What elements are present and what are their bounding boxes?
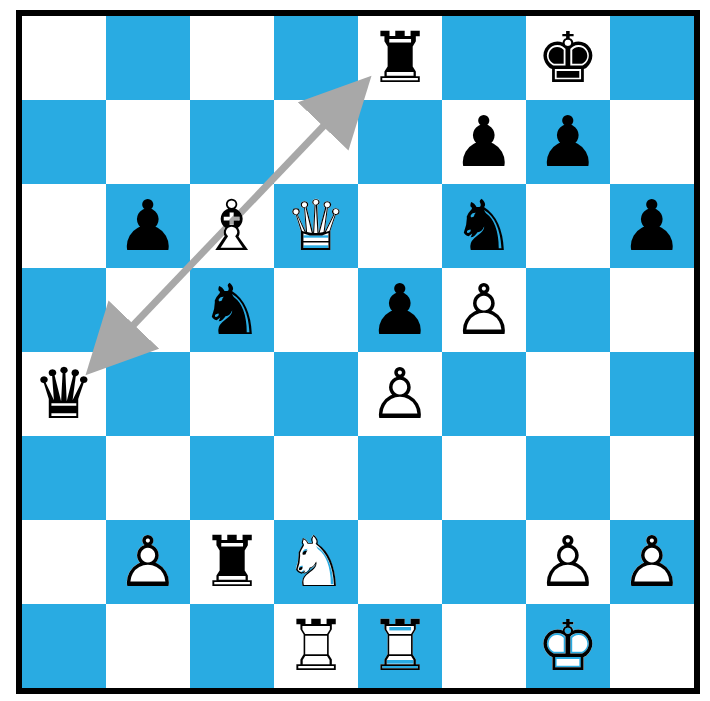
white-pawn[interactable]: ♟♙ [106, 520, 190, 604]
piece-outline-layer: ♔ [526, 604, 610, 688]
square-g5[interactable] [526, 268, 610, 352]
square-c5[interactable]: ♞ [190, 268, 274, 352]
square-d8[interactable] [274, 16, 358, 100]
square-b6[interactable]: ♟ [106, 184, 190, 268]
square-f1[interactable] [442, 604, 526, 688]
square-f5[interactable]: ♟♙ [442, 268, 526, 352]
white-pawn[interactable]: ♟♙ [526, 520, 610, 604]
black-queen[interactable]: ♛ [22, 352, 106, 436]
square-d4[interactable] [274, 352, 358, 436]
piece-outline-layer: ♙ [358, 352, 442, 436]
square-d6[interactable]: ♛♕ [274, 184, 358, 268]
square-g6[interactable] [526, 184, 610, 268]
piece-outline-layer: ♘ [274, 520, 358, 604]
square-e7[interactable] [358, 100, 442, 184]
square-h4[interactable] [610, 352, 694, 436]
square-f3[interactable] [442, 436, 526, 520]
black-knight[interactable]: ♞ [190, 268, 274, 352]
square-c4[interactable] [190, 352, 274, 436]
square-c8[interactable] [190, 16, 274, 100]
square-c1[interactable] [190, 604, 274, 688]
white-pawn[interactable]: ♟♙ [442, 268, 526, 352]
black-rook[interactable]: ♜ [190, 520, 274, 604]
square-g4[interactable] [526, 352, 610, 436]
white-queen[interactable]: ♛♕ [274, 184, 358, 268]
black-rook[interactable]: ♜ [358, 16, 442, 100]
square-g8[interactable]: ♚ [526, 16, 610, 100]
square-d2[interactable]: ♞♘ [274, 520, 358, 604]
square-a7[interactable] [22, 100, 106, 184]
black-pawn[interactable]: ♟ [442, 100, 526, 184]
square-b4[interactable] [106, 352, 190, 436]
square-a1[interactable] [22, 604, 106, 688]
square-f6[interactable]: ♞ [442, 184, 526, 268]
square-b3[interactable] [106, 436, 190, 520]
square-b1[interactable] [106, 604, 190, 688]
square-g7[interactable]: ♟ [526, 100, 610, 184]
square-c3[interactable] [190, 436, 274, 520]
square-c6[interactable]: ♝♗ [190, 184, 274, 268]
square-e1[interactable]: ♜♖ [358, 604, 442, 688]
square-e5[interactable]: ♟ [358, 268, 442, 352]
piece-outline-layer: ♕ [274, 184, 358, 268]
square-b5[interactable] [106, 268, 190, 352]
square-c7[interactable] [190, 100, 274, 184]
square-f7[interactable]: ♟ [442, 100, 526, 184]
white-pawn[interactable]: ♟♙ [610, 520, 694, 604]
square-d3[interactable] [274, 436, 358, 520]
piece-outline-layer: ♙ [610, 520, 694, 604]
square-e4[interactable]: ♟♙ [358, 352, 442, 436]
square-b7[interactable] [106, 100, 190, 184]
piece-outline-layer: ♙ [526, 520, 610, 604]
square-d7[interactable] [274, 100, 358, 184]
white-knight[interactable]: ♞♘ [274, 520, 358, 604]
square-b8[interactable] [106, 16, 190, 100]
square-d1[interactable]: ♜♖ [274, 604, 358, 688]
square-e8[interactable]: ♜ [358, 16, 442, 100]
square-h3[interactable] [610, 436, 694, 520]
piece-outline-layer: ♖ [274, 604, 358, 688]
white-rook[interactable]: ♜♖ [358, 604, 442, 688]
black-pawn[interactable]: ♟ [358, 268, 442, 352]
square-e2[interactable] [358, 520, 442, 604]
square-h7[interactable] [610, 100, 694, 184]
black-pawn[interactable]: ♟ [526, 100, 610, 184]
square-g3[interactable] [526, 436, 610, 520]
square-h8[interactable] [610, 16, 694, 100]
square-g1[interactable]: ♚♔ [526, 604, 610, 688]
piece-outline-layer: ♗ [190, 184, 274, 268]
square-a3[interactable] [22, 436, 106, 520]
square-g2[interactable]: ♟♙ [526, 520, 610, 604]
square-a6[interactable] [22, 184, 106, 268]
square-f4[interactable] [442, 352, 526, 436]
square-a8[interactable] [22, 16, 106, 100]
square-h1[interactable] [610, 604, 694, 688]
board-frame: ♜♚♟♟♟♝♗♛♕♞♟♞♟♟♙♛♟♙♟♙♜♞♘♟♙♟♙♜♖♜♖♚♔ [16, 10, 700, 694]
square-a4[interactable]: ♛ [22, 352, 106, 436]
square-a5[interactable] [22, 268, 106, 352]
square-h6[interactable]: ♟ [610, 184, 694, 268]
square-e6[interactable] [358, 184, 442, 268]
square-f2[interactable] [442, 520, 526, 604]
square-c2[interactable]: ♜ [190, 520, 274, 604]
piece-outline-layer: ♙ [106, 520, 190, 604]
chess-diagram: ♜♚♟♟♟♝♗♛♕♞♟♞♟♟♙♛♟♙♟♙♜♞♘♟♙♟♙♜♖♜♖♚♔ [0, 0, 710, 701]
square-d5[interactable] [274, 268, 358, 352]
square-b2[interactable]: ♟♙ [106, 520, 190, 604]
square-h2[interactable]: ♟♙ [610, 520, 694, 604]
white-rook[interactable]: ♜♖ [274, 604, 358, 688]
square-f8[interactable] [442, 16, 526, 100]
white-king[interactable]: ♚♔ [526, 604, 610, 688]
square-h5[interactable] [610, 268, 694, 352]
piece-outline-layer: ♙ [442, 268, 526, 352]
square-a2[interactable] [22, 520, 106, 604]
black-knight[interactable]: ♞ [442, 184, 526, 268]
black-king[interactable]: ♚ [526, 16, 610, 100]
square-e3[interactable] [358, 436, 442, 520]
black-pawn[interactable]: ♟ [106, 184, 190, 268]
piece-outline-layer: ♖ [358, 604, 442, 688]
black-pawn[interactable]: ♟ [610, 184, 694, 268]
white-pawn[interactable]: ♟♙ [358, 352, 442, 436]
white-bishop[interactable]: ♝♗ [190, 184, 274, 268]
board-grid: ♜♚♟♟♟♝♗♛♕♞♟♞♟♟♙♛♟♙♟♙♜♞♘♟♙♟♙♜♖♜♖♚♔ [22, 16, 694, 688]
